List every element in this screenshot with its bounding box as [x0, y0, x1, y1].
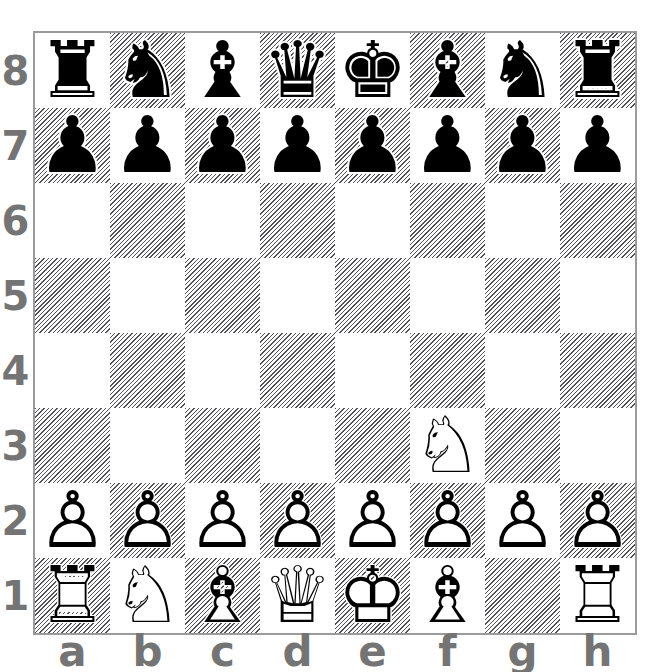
black-bishop[interactable]: ♝: [410, 33, 485, 108]
white-pawn[interactable]: ♟♙: [410, 483, 485, 558]
square-f4[interactable]: [410, 333, 485, 408]
square-f5[interactable]: [410, 258, 485, 333]
square-c8[interactable]: ♝: [185, 33, 260, 108]
square-g4[interactable]: [485, 333, 560, 408]
white-piece-outline: ♙: [410, 483, 485, 558]
square-e6[interactable]: [335, 183, 410, 258]
black-pawn[interactable]: ♟: [260, 108, 335, 183]
white-queen[interactable]: ♛♕: [260, 558, 335, 633]
square-g7[interactable]: ♟: [485, 108, 560, 183]
black-pawn[interactable]: ♟: [335, 108, 410, 183]
square-e1[interactable]: ♚♔: [335, 558, 410, 633]
rank-label-4: 4: [0, 333, 31, 408]
white-piece-outline: ♙: [485, 483, 560, 558]
square-f8[interactable]: ♝: [410, 33, 485, 108]
white-piece-outline: ♕: [260, 558, 335, 633]
file-label-g: g: [485, 634, 560, 672]
square-a1[interactable]: ♜♖: [35, 558, 110, 633]
square-c4[interactable]: [185, 333, 260, 408]
white-knight[interactable]: ♞♘: [110, 558, 185, 633]
square-b4[interactable]: [110, 333, 185, 408]
square-h3[interactable]: [560, 408, 635, 483]
square-a8[interactable]: ♜: [35, 33, 110, 108]
file-label-a: a: [35, 634, 110, 672]
white-piece-outline: ♗: [410, 558, 485, 633]
square-a4[interactable]: [35, 333, 110, 408]
rank-label-1: 1: [0, 558, 31, 633]
white-piece-outline: ♘: [410, 408, 485, 483]
square-c2[interactable]: ♟♙: [185, 483, 260, 558]
white-bishop[interactable]: ♝♗: [185, 558, 260, 633]
white-piece-outline: ♗: [185, 558, 260, 633]
square-d4[interactable]: [260, 333, 335, 408]
rank-label-3: 3: [0, 408, 31, 483]
square-g1[interactable]: [485, 558, 560, 633]
square-c6[interactable]: [185, 183, 260, 258]
file-label-f: f: [410, 634, 485, 672]
white-rook[interactable]: ♜♖: [35, 558, 110, 633]
black-pawn[interactable]: ♟: [110, 108, 185, 183]
square-d3[interactable]: [260, 408, 335, 483]
square-b6[interactable]: [110, 183, 185, 258]
white-piece-outline: ♙: [110, 483, 185, 558]
square-h6[interactable]: [560, 183, 635, 258]
white-piece-outline: ♙: [560, 483, 635, 558]
rank-labels: 8 7 6 5 4 3 2 1: [0, 33, 31, 633]
square-d5[interactable]: [260, 258, 335, 333]
rank-label-7: 7: [0, 108, 31, 183]
rank-label-2: 2: [0, 483, 31, 558]
square-h2[interactable]: ♟♙: [560, 483, 635, 558]
square-b2[interactable]: ♟♙: [110, 483, 185, 558]
square-b1[interactable]: ♞♘: [110, 558, 185, 633]
square-b3[interactable]: [110, 408, 185, 483]
square-a2[interactable]: ♟♙: [35, 483, 110, 558]
square-c1[interactable]: ♝♗: [185, 558, 260, 633]
square-g5[interactable]: [485, 258, 560, 333]
square-a3[interactable]: [35, 408, 110, 483]
white-pawn[interactable]: ♟♙: [560, 483, 635, 558]
square-f3[interactable]: ♞♘: [410, 408, 485, 483]
square-f2[interactable]: ♟♙: [410, 483, 485, 558]
chess-diagram: 8 7 6 5 4 3 2 1 ♜♞♝♛♚♝♞♜♟♟♟♟♟♟♟♟♞♘♟♙♟♙♟♙…: [0, 0, 672, 672]
rank-label-5: 5: [0, 258, 31, 333]
file-label-e: e: [335, 634, 410, 672]
white-piece-outline: ♔: [335, 558, 410, 633]
white-knight[interactable]: ♞♘: [410, 408, 485, 483]
white-piece-outline: ♖: [560, 558, 635, 633]
black-pawn[interactable]: ♟: [560, 108, 635, 183]
square-c5[interactable]: [185, 258, 260, 333]
square-d1[interactable]: ♛♕: [260, 558, 335, 633]
file-label-b: b: [110, 634, 185, 672]
rank-label-6: 6: [0, 183, 31, 258]
black-queen[interactable]: ♛: [260, 33, 335, 108]
square-f1[interactable]: ♝♗: [410, 558, 485, 633]
square-e4[interactable]: [335, 333, 410, 408]
white-rook[interactable]: ♜♖: [560, 558, 635, 633]
square-c3[interactable]: [185, 408, 260, 483]
square-h8[interactable]: ♜: [560, 33, 635, 108]
square-g6[interactable]: [485, 183, 560, 258]
square-a6[interactable]: [35, 183, 110, 258]
square-a7[interactable]: ♟: [35, 108, 110, 183]
square-e8[interactable]: ♚: [335, 33, 410, 108]
white-king[interactable]: ♚♔: [335, 558, 410, 633]
square-h1[interactable]: ♜♖: [560, 558, 635, 633]
square-g2[interactable]: ♟♙: [485, 483, 560, 558]
black-pawn[interactable]: ♟: [485, 108, 560, 183]
white-pawn[interactable]: ♟♙: [260, 483, 335, 558]
square-g3[interactable]: [485, 408, 560, 483]
square-a5[interactable]: [35, 258, 110, 333]
square-e5[interactable]: [335, 258, 410, 333]
black-rook[interactable]: ♜: [560, 33, 635, 108]
square-d7[interactable]: ♟: [260, 108, 335, 183]
square-b8[interactable]: ♞: [110, 33, 185, 108]
rank-label-8: 8: [0, 33, 31, 108]
square-c7[interactable]: ♟: [185, 108, 260, 183]
square-e2[interactable]: ♟♙: [335, 483, 410, 558]
square-b5[interactable]: [110, 258, 185, 333]
black-king[interactable]: ♚: [335, 33, 410, 108]
black-knight[interactable]: ♞: [485, 33, 560, 108]
square-b7[interactable]: ♟: [110, 108, 185, 183]
square-h5[interactable]: [560, 258, 635, 333]
file-labels: a b c d e f g h: [35, 634, 635, 672]
black-pawn[interactable]: ♟: [185, 108, 260, 183]
white-pawn[interactable]: ♟♙: [185, 483, 260, 558]
square-d6[interactable]: [260, 183, 335, 258]
black-pawn[interactable]: ♟: [35, 108, 110, 183]
file-label-h: h: [560, 634, 635, 672]
white-piece-outline: ♙: [260, 483, 335, 558]
square-h7[interactable]: ♟: [560, 108, 635, 183]
square-e7[interactable]: ♟: [335, 108, 410, 183]
white-pawn[interactable]: ♟♙: [110, 483, 185, 558]
square-h4[interactable]: [560, 333, 635, 408]
white-piece-outline: ♙: [35, 483, 110, 558]
white-piece-outline: ♙: [335, 483, 410, 558]
square-d8[interactable]: ♛: [260, 33, 335, 108]
black-bishop[interactable]: ♝: [185, 33, 260, 108]
black-pawn[interactable]: ♟: [410, 108, 485, 183]
black-knight[interactable]: ♞: [110, 33, 185, 108]
square-g8[interactable]: ♞: [485, 33, 560, 108]
square-f6[interactable]: [410, 183, 485, 258]
white-pawn[interactable]: ♟♙: [335, 483, 410, 558]
chess-board[interactable]: ♜♞♝♛♚♝♞♜♟♟♟♟♟♟♟♟♞♘♟♙♟♙♟♙♟♙♟♙♟♙♟♙♟♙♜♖♞♘♝♗…: [33, 31, 637, 635]
square-e3[interactable]: [335, 408, 410, 483]
square-f7[interactable]: ♟: [410, 108, 485, 183]
white-piece-outline: ♖: [35, 558, 110, 633]
white-pawn[interactable]: ♟♙: [485, 483, 560, 558]
black-rook[interactable]: ♜: [35, 33, 110, 108]
white-bishop[interactable]: ♝♗: [410, 558, 485, 633]
white-pawn[interactable]: ♟♙: [35, 483, 110, 558]
square-d2[interactable]: ♟♙: [260, 483, 335, 558]
file-label-d: d: [260, 634, 335, 672]
white-piece-outline: ♙: [185, 483, 260, 558]
white-piece-outline: ♘: [110, 558, 185, 633]
file-label-c: c: [185, 634, 260, 672]
